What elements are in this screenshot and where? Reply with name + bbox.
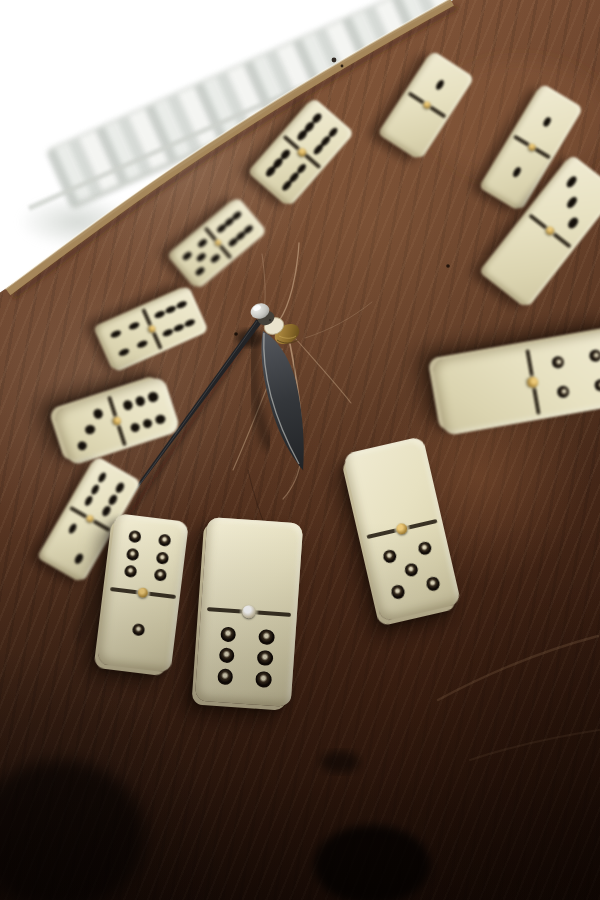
domino-clock-photo: Wall clock made of twelve ivory dominoes… — [0, 0, 600, 900]
photo-vignette — [0, 0, 600, 900]
